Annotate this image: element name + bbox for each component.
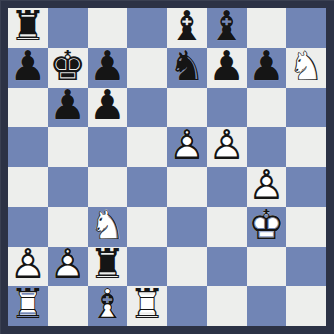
square-g4[interactable]: ♟♙	[247, 167, 287, 207]
piece-black-pawn[interactable]: ♟	[8, 48, 48, 88]
square-h5[interactable]	[286, 127, 326, 167]
piece-black-knight[interactable]: ♞	[167, 48, 207, 88]
piece-black-pawn[interactable]: ♟	[88, 88, 128, 128]
white-piece-fill: ♟	[208, 125, 245, 166]
white-piece-outline: ♖	[129, 284, 166, 325]
square-e8[interactable]: ♝	[167, 8, 207, 48]
square-f4[interactable]	[207, 167, 247, 207]
square-c1[interactable]: ♝♗	[88, 286, 128, 326]
square-g2[interactable]	[247, 247, 287, 287]
piece-white-knight[interactable]: ♞♘	[286, 48, 326, 88]
black-piece-fill: ♟	[89, 86, 126, 127]
black-piece-fill: ♟	[49, 86, 86, 127]
square-e3[interactable]	[167, 207, 207, 247]
chess-board: ♜♝♝♟♚♟♞♟♟♞♘♟♟♟♙♟♙♟♙♞♘♚♔♟♙♟♙♜♜♖♝♗♜♖	[8, 8, 326, 326]
square-c3[interactable]: ♞♘	[88, 207, 128, 247]
piece-white-pawn[interactable]: ♟♙	[247, 167, 287, 207]
black-piece-fill: ♟	[208, 46, 245, 87]
white-piece-fill: ♟	[168, 125, 205, 166]
white-piece-outline: ♘	[288, 46, 325, 87]
piece-white-king[interactable]: ♚♔	[247, 207, 287, 247]
piece-black-pawn[interactable]: ♟	[247, 48, 287, 88]
piece-white-pawn[interactable]: ♟♙	[8, 247, 48, 287]
piece-white-rook[interactable]: ♜♖	[127, 286, 167, 326]
square-d7[interactable]	[127, 48, 167, 88]
square-h8[interactable]	[286, 8, 326, 48]
square-c4[interactable]	[88, 167, 128, 207]
piece-black-pawn[interactable]: ♟	[48, 88, 88, 128]
square-b1[interactable]	[48, 286, 88, 326]
square-b7[interactable]: ♚	[48, 48, 88, 88]
white-piece-fill: ♚	[248, 205, 285, 246]
white-piece-fill: ♟	[49, 245, 86, 286]
piece-black-king[interactable]: ♚	[48, 48, 88, 88]
white-piece-fill: ♞	[89, 205, 126, 246]
square-a8[interactable]: ♜	[8, 8, 48, 48]
square-a7[interactable]: ♟	[8, 48, 48, 88]
square-f7[interactable]: ♟	[207, 48, 247, 88]
piece-black-bishop[interactable]: ♝	[167, 8, 207, 48]
square-a4[interactable]	[8, 167, 48, 207]
square-e6[interactable]	[167, 88, 207, 128]
piece-white-knight[interactable]: ♞♘	[88, 207, 128, 247]
square-d1[interactable]: ♜♖	[127, 286, 167, 326]
black-piece-fill: ♟	[89, 46, 126, 87]
piece-white-pawn[interactable]: ♟♙	[48, 247, 88, 287]
square-f2[interactable]	[207, 247, 247, 287]
black-piece-fill: ♟	[9, 46, 46, 87]
white-piece-outline: ♙	[208, 125, 245, 166]
square-b5[interactable]	[48, 127, 88, 167]
square-c6[interactable]: ♟	[88, 88, 128, 128]
square-b4[interactable]	[48, 167, 88, 207]
piece-white-rook[interactable]: ♜♖	[8, 286, 48, 326]
square-d5[interactable]	[127, 127, 167, 167]
square-f6[interactable]	[207, 88, 247, 128]
white-piece-fill: ♞	[288, 46, 325, 87]
square-d4[interactable]	[127, 167, 167, 207]
square-f3[interactable]	[207, 207, 247, 247]
square-d6[interactable]	[127, 88, 167, 128]
piece-white-pawn[interactable]: ♟♙	[207, 127, 247, 167]
black-piece-fill: ♟	[248, 46, 285, 87]
square-d3[interactable]	[127, 207, 167, 247]
black-piece-fill: ♞	[168, 46, 205, 87]
square-e4[interactable]	[167, 167, 207, 207]
square-b3[interactable]	[48, 207, 88, 247]
piece-white-bishop[interactable]: ♝♗	[88, 286, 128, 326]
chess-board-frame: ♜♝♝♟♚♟♞♟♟♞♘♟♟♟♙♟♙♟♙♞♘♚♔♟♙♟♙♜♜♖♝♗♜♖	[0, 0, 334, 334]
square-b2[interactable]: ♟♙	[48, 247, 88, 287]
white-piece-outline: ♔	[248, 205, 285, 246]
square-a6[interactable]	[8, 88, 48, 128]
white-piece-fill: ♟	[9, 245, 46, 286]
white-piece-outline: ♙	[9, 245, 46, 286]
square-a2[interactable]: ♟♙	[8, 247, 48, 287]
square-c8[interactable]	[88, 8, 128, 48]
black-piece-fill: ♝	[208, 6, 245, 47]
piece-black-rook[interactable]: ♜	[8, 8, 48, 48]
square-e7[interactable]: ♞	[167, 48, 207, 88]
square-c2[interactable]: ♜	[88, 247, 128, 287]
piece-white-pawn[interactable]: ♟♙	[167, 127, 207, 167]
piece-black-rook[interactable]: ♜	[88, 247, 128, 287]
square-c7[interactable]: ♟	[88, 48, 128, 88]
white-piece-fill: ♟	[248, 165, 285, 206]
white-piece-outline: ♙	[168, 125, 205, 166]
white-piece-fill: ♜	[129, 284, 166, 325]
square-h7[interactable]: ♞♘	[286, 48, 326, 88]
square-c5[interactable]	[88, 127, 128, 167]
square-g1[interactable]	[247, 286, 287, 326]
piece-black-bishop[interactable]: ♝	[207, 8, 247, 48]
square-g8[interactable]	[247, 8, 287, 48]
square-a1[interactable]: ♜♖	[8, 286, 48, 326]
white-piece-fill: ♜	[9, 284, 46, 325]
square-f1[interactable]	[207, 286, 247, 326]
white-piece-outline: ♘	[89, 205, 126, 246]
square-g3[interactable]: ♚♔	[247, 207, 287, 247]
white-piece-outline: ♗	[89, 284, 126, 325]
black-piece-fill: ♚	[49, 46, 86, 87]
square-d8[interactable]	[127, 8, 167, 48]
square-e1[interactable]	[167, 286, 207, 326]
square-g6[interactable]	[247, 88, 287, 128]
piece-black-pawn[interactable]: ♟	[88, 48, 128, 88]
square-h1[interactable]	[286, 286, 326, 326]
black-piece-fill: ♜	[9, 6, 46, 47]
black-piece-fill: ♜	[89, 245, 126, 286]
square-e2[interactable]	[167, 247, 207, 287]
white-piece-fill: ♝	[89, 284, 126, 325]
square-b8[interactable]	[48, 8, 88, 48]
square-a3[interactable]	[8, 207, 48, 247]
square-a5[interactable]	[8, 127, 48, 167]
square-h3[interactable]	[286, 207, 326, 247]
square-h4[interactable]	[286, 167, 326, 207]
square-h2[interactable]	[286, 247, 326, 287]
square-e5[interactable]: ♟♙	[167, 127, 207, 167]
square-f5[interactable]: ♟♙	[207, 127, 247, 167]
white-piece-outline: ♖	[9, 284, 46, 325]
black-piece-fill: ♝	[168, 6, 205, 47]
white-piece-outline: ♙	[49, 245, 86, 286]
square-b6[interactable]: ♟	[48, 88, 88, 128]
piece-black-pawn[interactable]: ♟	[207, 48, 247, 88]
square-g5[interactable]	[247, 127, 287, 167]
square-g7[interactable]: ♟	[247, 48, 287, 88]
square-f8[interactable]: ♝	[207, 8, 247, 48]
white-piece-outline: ♙	[248, 165, 285, 206]
square-h6[interactable]	[286, 88, 326, 128]
square-d2[interactable]	[127, 247, 167, 287]
